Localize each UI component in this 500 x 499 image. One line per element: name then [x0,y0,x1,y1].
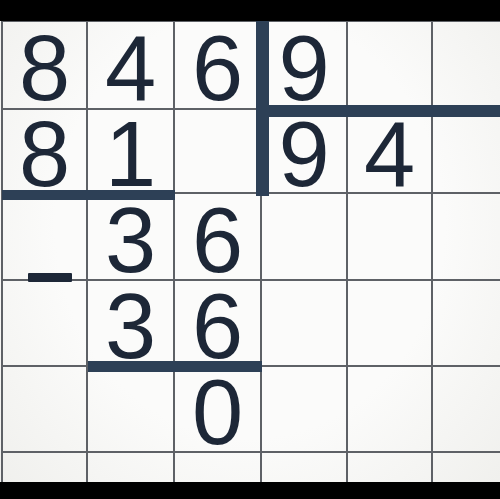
grid-cell-r3c1: 3 [88,281,175,367]
grid-cell-r3c5 [433,281,500,367]
digit: 6 [192,280,243,372]
grid-cell-r0c3: 9 [262,22,348,110]
grid-cell-r4c4 [348,367,433,453]
grid-cell-r5c5 [433,453,500,482]
digit: 1 [105,108,156,200]
grid-cell-r0c0: 8 [3,22,88,110]
subtraction-underline-step2 [88,361,262,372]
grid-cell-r1c5 [433,110,500,194]
grid-cell-r2c2: 6 [175,194,262,281]
digit: 9 [278,108,329,200]
digit: 3 [105,280,156,372]
top-letterbox-band [0,0,500,21]
grid-cell-r2c3 [262,194,348,281]
division-grid: 8469819436360 [1,20,500,482]
worksheet-screenshot: 8469819436360 [0,0,500,499]
digit: 6 [192,194,243,286]
digit: 4 [364,108,415,200]
grid-cell-r2c4 [348,194,433,281]
digit: 8 [19,108,70,200]
bottom-letterbox-band [0,482,500,499]
grid-cell-r4c2: 0 [175,367,262,453]
digit: 3 [105,194,156,286]
grid-cell-r4c3 [262,367,348,453]
grid-cell-r5c1 [88,453,175,482]
grid-cell-r5c3 [262,453,348,482]
grid-cell-r1c3: 9 [262,110,348,194]
grid-cell-r1c4: 4 [348,110,433,194]
minus-sign [28,273,72,282]
grid-cell-r0c5 [433,22,500,110]
digit: 6 [192,22,243,114]
grid-cell-r0c4 [348,22,433,110]
grid-cell-r0c1: 4 [88,22,175,110]
grid-cell-r1c0: 8 [3,110,88,194]
digit: 0 [192,366,243,458]
grid-cell-r5c4 [348,453,433,482]
grid-cell-r3c0 [3,281,88,367]
grid-cell-r1c2 [175,110,262,194]
grid-cell-r3c4 [348,281,433,367]
grid-cell-r4c0 [3,367,88,453]
grid-cell-r3c3 [262,281,348,367]
grid-cell-r2c1: 3 [88,194,175,281]
digit: 9 [278,22,329,114]
grid-cell-r5c0 [3,453,88,482]
grid-cell-r0c2: 6 [175,22,262,110]
grid-cell-r2c0 [3,194,88,281]
grid-cell-r1c1: 1 [88,110,175,194]
digit: 8 [19,22,70,114]
digit: 4 [105,22,156,114]
grid-cell-r3c2: 6 [175,281,262,367]
grid-cell-r2c5 [433,194,500,281]
subtraction-underline-step1 [2,190,175,200]
grid-cell-r4c1 [88,367,175,453]
division-bracket-horizontal-line [256,105,500,117]
grid-cell-r4c5 [433,367,500,453]
